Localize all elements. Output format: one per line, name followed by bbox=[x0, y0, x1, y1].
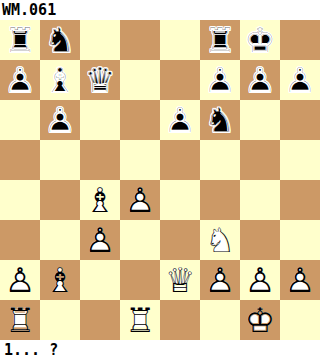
square-b6[interactable]: ♟♙ bbox=[40, 100, 80, 140]
square-f6[interactable]: ♞♘ bbox=[200, 100, 240, 140]
square-g4[interactable] bbox=[240, 180, 280, 220]
square-g1[interactable]: ♚♔ bbox=[240, 300, 280, 340]
square-h3[interactable] bbox=[280, 220, 320, 260]
square-f1[interactable] bbox=[200, 300, 240, 340]
puzzle-id: WM.061 bbox=[0, 0, 320, 20]
square-b4[interactable] bbox=[40, 180, 80, 220]
move-prompt: 1... ? bbox=[0, 340, 320, 360]
square-e5[interactable] bbox=[160, 140, 200, 180]
chess-board: ♜♖♞♘♜♖♚♔♟♙♝♗♛♕♟♙♟♙♟♙♟♙♟♙♞♘♝♗♟♙♟♙♞♘♟♙♝♗♛♕… bbox=[0, 20, 320, 340]
square-d3[interactable] bbox=[120, 220, 160, 260]
square-c3[interactable]: ♟♙ bbox=[80, 220, 120, 260]
square-d2[interactable] bbox=[120, 260, 160, 300]
square-h1[interactable] bbox=[280, 300, 320, 340]
square-g7[interactable]: ♟♙ bbox=[240, 60, 280, 100]
square-f2[interactable]: ♟♙ bbox=[200, 260, 240, 300]
square-c8[interactable] bbox=[80, 20, 120, 60]
square-h4[interactable] bbox=[280, 180, 320, 220]
square-e8[interactable] bbox=[160, 20, 200, 60]
square-f4[interactable] bbox=[200, 180, 240, 220]
square-a1[interactable]: ♜♖ bbox=[0, 300, 40, 340]
square-g6[interactable] bbox=[240, 100, 280, 140]
square-c4[interactable]: ♝♗ bbox=[80, 180, 120, 220]
square-a7[interactable]: ♟♙ bbox=[0, 60, 40, 100]
square-b8[interactable]: ♞♘ bbox=[40, 20, 80, 60]
square-g2[interactable]: ♟♙ bbox=[240, 260, 280, 300]
square-d5[interactable] bbox=[120, 140, 160, 180]
square-b3[interactable] bbox=[40, 220, 80, 260]
square-a6[interactable] bbox=[0, 100, 40, 140]
square-h8[interactable] bbox=[280, 20, 320, 60]
square-c1[interactable] bbox=[80, 300, 120, 340]
square-c5[interactable] bbox=[80, 140, 120, 180]
square-f3[interactable]: ♞♘ bbox=[200, 220, 240, 260]
square-d6[interactable] bbox=[120, 100, 160, 140]
square-c7[interactable]: ♛♕ bbox=[80, 60, 120, 100]
square-b7[interactable]: ♝♗ bbox=[40, 60, 80, 100]
square-e2[interactable]: ♛♕ bbox=[160, 260, 200, 300]
square-e6[interactable]: ♟♙ bbox=[160, 100, 200, 140]
square-a5[interactable] bbox=[0, 140, 40, 180]
chess-puzzle-page: WM.061 ♜♖♞♘♜♖♚♔♟♙♝♗♛♕♟♙♟♙♟♙♟♙♟♙♞♘♝♗♟♙♟♙♞… bbox=[0, 0, 320, 360]
square-d4[interactable]: ♟♙ bbox=[120, 180, 160, 220]
square-b1[interactable] bbox=[40, 300, 80, 340]
square-d7[interactable] bbox=[120, 60, 160, 100]
square-f7[interactable]: ♟♙ bbox=[200, 60, 240, 100]
square-d1[interactable]: ♜♖ bbox=[120, 300, 160, 340]
square-h6[interactable] bbox=[280, 100, 320, 140]
square-c6[interactable] bbox=[80, 100, 120, 140]
square-g5[interactable] bbox=[240, 140, 280, 180]
square-h7[interactable]: ♟♙ bbox=[280, 60, 320, 100]
square-g8[interactable]: ♚♔ bbox=[240, 20, 280, 60]
square-a4[interactable] bbox=[0, 180, 40, 220]
square-h2[interactable]: ♟♙ bbox=[280, 260, 320, 300]
square-a2[interactable]: ♟♙ bbox=[0, 260, 40, 300]
square-d8[interactable] bbox=[120, 20, 160, 60]
square-f5[interactable] bbox=[200, 140, 240, 180]
square-e3[interactable] bbox=[160, 220, 200, 260]
square-b5[interactable] bbox=[40, 140, 80, 180]
square-a8[interactable]: ♜♖ bbox=[0, 20, 40, 60]
square-f8[interactable]: ♜♖ bbox=[200, 20, 240, 60]
square-e7[interactable] bbox=[160, 60, 200, 100]
square-h5[interactable] bbox=[280, 140, 320, 180]
square-e1[interactable] bbox=[160, 300, 200, 340]
square-e4[interactable] bbox=[160, 180, 200, 220]
square-g3[interactable] bbox=[240, 220, 280, 260]
square-b2[interactable]: ♝♗ bbox=[40, 260, 80, 300]
square-a3[interactable] bbox=[0, 220, 40, 260]
square-c2[interactable] bbox=[80, 260, 120, 300]
